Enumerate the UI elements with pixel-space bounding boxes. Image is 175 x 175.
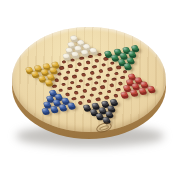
hole[interactable] bbox=[76, 85, 81, 89]
hole[interactable] bbox=[109, 84, 114, 88]
hole[interactable] bbox=[70, 58, 75, 62]
hole[interactable] bbox=[96, 75, 101, 79]
hole[interactable] bbox=[110, 61, 115, 65]
hole[interactable] bbox=[107, 67, 112, 71]
peg-white[interactable] bbox=[71, 51, 80, 57]
peg-white[interactable] bbox=[80, 49, 89, 55]
hole[interactable] bbox=[120, 76, 125, 80]
hole[interactable] bbox=[91, 87, 96, 91]
hole[interactable] bbox=[77, 63, 82, 67]
peg-white[interactable] bbox=[62, 53, 71, 59]
hole[interactable] bbox=[86, 99, 91, 103]
hole[interactable] bbox=[85, 83, 90, 87]
peg-white[interactable] bbox=[89, 47, 98, 53]
peg-red[interactable] bbox=[129, 89, 138, 95]
peg-black[interactable] bbox=[104, 111, 113, 117]
hole[interactable] bbox=[65, 70, 70, 74]
hole[interactable] bbox=[63, 76, 68, 80]
game-board bbox=[12, 27, 166, 132]
hole[interactable] bbox=[104, 96, 109, 100]
peg-blue[interactable] bbox=[67, 102, 76, 108]
hole[interactable] bbox=[88, 55, 93, 59]
peg-black[interactable] bbox=[109, 99, 118, 105]
hole[interactable] bbox=[72, 75, 77, 79]
hole[interactable] bbox=[81, 73, 86, 77]
peg-yellow[interactable] bbox=[46, 73, 55, 79]
hole[interactable] bbox=[111, 77, 116, 81]
hole[interactable] bbox=[71, 97, 76, 101]
hole[interactable] bbox=[58, 88, 63, 92]
peg-red[interactable] bbox=[138, 87, 147, 93]
peg-black[interactable] bbox=[107, 105, 116, 111]
photo-background bbox=[0, 0, 175, 175]
hole[interactable] bbox=[80, 95, 85, 99]
peg-blue[interactable] bbox=[58, 104, 67, 110]
hole[interactable] bbox=[118, 82, 123, 86]
hole[interactable] bbox=[61, 82, 66, 86]
hole[interactable] bbox=[83, 67, 88, 71]
hole[interactable] bbox=[101, 63, 106, 67]
hole[interactable] bbox=[54, 78, 59, 82]
hole[interactable] bbox=[122, 70, 127, 74]
peg-green[interactable] bbox=[130, 44, 139, 50]
hole[interactable] bbox=[69, 81, 74, 85]
hole[interactable] bbox=[78, 79, 83, 83]
hole[interactable] bbox=[79, 56, 84, 60]
hole[interactable] bbox=[90, 71, 95, 75]
hole[interactable] bbox=[74, 91, 79, 95]
hole[interactable] bbox=[116, 65, 121, 69]
hole[interactable] bbox=[74, 69, 79, 73]
peg-blue[interactable] bbox=[50, 105, 59, 111]
hole[interactable] bbox=[67, 87, 72, 91]
peg-green[interactable] bbox=[126, 56, 135, 62]
peg-green[interactable] bbox=[128, 50, 137, 56]
peg-red[interactable] bbox=[120, 91, 129, 97]
hole[interactable] bbox=[105, 73, 110, 77]
hole[interactable] bbox=[94, 81, 99, 85]
hole[interactable] bbox=[98, 91, 103, 95]
peg-red[interactable] bbox=[147, 85, 156, 91]
hole[interactable] bbox=[68, 64, 73, 68]
hole[interactable] bbox=[102, 79, 107, 83]
hole[interactable] bbox=[95, 97, 100, 101]
peg-green[interactable] bbox=[123, 62, 132, 68]
hole[interactable] bbox=[103, 57, 108, 61]
peg-yellow[interactable] bbox=[44, 79, 53, 85]
hole[interactable] bbox=[65, 93, 70, 97]
hole[interactable] bbox=[82, 89, 87, 93]
hole[interactable] bbox=[92, 65, 97, 69]
hole[interactable] bbox=[115, 88, 120, 92]
peg-yellow[interactable] bbox=[49, 67, 58, 73]
hole[interactable] bbox=[85, 61, 90, 65]
hole[interactable] bbox=[52, 84, 57, 88]
hole[interactable] bbox=[113, 94, 118, 98]
hole[interactable] bbox=[100, 85, 105, 89]
hole[interactable] bbox=[94, 59, 99, 63]
hole[interactable] bbox=[59, 66, 64, 70]
hole[interactable] bbox=[89, 93, 94, 97]
hole[interactable] bbox=[97, 53, 102, 57]
hole[interactable] bbox=[57, 72, 62, 76]
hole[interactable] bbox=[107, 90, 112, 94]
hole[interactable] bbox=[78, 101, 83, 105]
hole[interactable] bbox=[87, 77, 92, 81]
hole[interactable] bbox=[114, 71, 119, 75]
hole[interactable] bbox=[61, 60, 66, 64]
hole[interactable] bbox=[98, 69, 103, 73]
